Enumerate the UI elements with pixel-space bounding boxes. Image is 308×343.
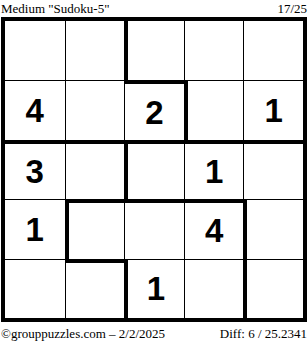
cell-r1c5[interactable] <box>243 21 303 80</box>
cell-r4c5[interactable] <box>243 199 303 258</box>
cell-r3c4: 1 <box>184 140 244 199</box>
puzzle-page: Medium "Sudoku-5" 17/25 42131141 ©groupp… <box>0 0 308 343</box>
given-digit: 3 <box>26 155 44 188</box>
cell-r5c2[interactable] <box>65 259 125 318</box>
cell-r4c2[interactable] <box>65 199 125 258</box>
given-digit: 1 <box>205 155 223 188</box>
cell-r2c1: 4 <box>5 80 65 139</box>
puzzle-counter: 17/25 <box>277 1 307 16</box>
header: Medium "Sudoku-5" 17/25 <box>0 0 308 16</box>
cell-r4c1: 1 <box>5 199 65 258</box>
given-digit: 2 <box>145 96 163 129</box>
cell-r2c4[interactable] <box>184 80 244 139</box>
cell-r1c3[interactable] <box>124 21 184 80</box>
cell-r5c1[interactable] <box>5 259 65 318</box>
cell-r3c5[interactable] <box>243 140 303 199</box>
footer: ©grouppuzzles.com – 2/2/2025 Diff: 6 / 2… <box>0 326 308 341</box>
cell-r1c4[interactable] <box>184 21 244 80</box>
cell-r5c4[interactable] <box>184 259 244 318</box>
given-digit: 4 <box>26 94 44 127</box>
given-digit: 1 <box>147 272 165 305</box>
cell-r1c1[interactable] <box>5 21 65 80</box>
puzzle-title: Medium "Sudoku-5" <box>1 1 109 16</box>
cell-r2c5: 1 <box>243 80 303 139</box>
given-digit: 1 <box>265 94 283 127</box>
given-digit: 4 <box>205 214 223 247</box>
cell-r5c3: 1 <box>124 259 184 318</box>
cell-r3c1: 3 <box>5 140 65 199</box>
cell-r2c3: 2 <box>124 80 184 139</box>
cell-r4c4: 4 <box>184 199 244 258</box>
given-digit: 1 <box>26 213 44 246</box>
cell-r3c3[interactable] <box>124 140 184 199</box>
cell-r5c5[interactable] <box>243 259 303 318</box>
cell-r4c3[interactable] <box>124 199 184 258</box>
copyright-text: ©grouppuzzles.com – 2/2/2025 <box>1 326 165 341</box>
sudoku-board: 42131141 <box>1 17 307 322</box>
difficulty-text: Diff: 6 / 25.2341 <box>220 326 307 341</box>
cell-r2c2[interactable] <box>65 80 125 139</box>
cell-r1c2[interactable] <box>65 21 125 80</box>
cell-r3c2[interactable] <box>65 140 125 199</box>
